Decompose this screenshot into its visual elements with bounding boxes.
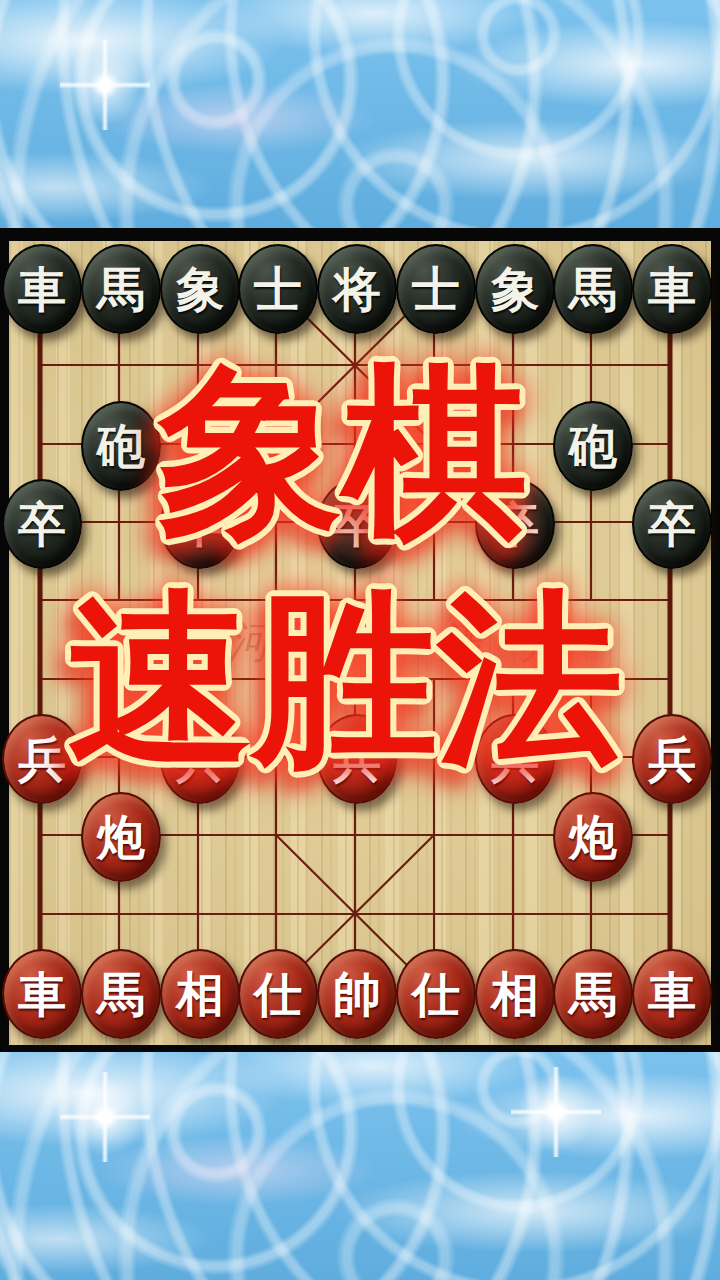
piece-red-general[interactable]: 帥	[317, 949, 397, 1039]
piece-black-elephant[interactable]: 象	[475, 244, 555, 334]
piece-black-rook[interactable]: 車	[2, 244, 82, 334]
piece-black-general[interactable]: 将	[317, 244, 397, 334]
piece-black-soldier[interactable]: 卒	[160, 479, 240, 569]
piece-red-cannon[interactable]: 炮	[553, 792, 633, 882]
piece-black-cannon[interactable]: 砲	[553, 401, 633, 491]
piece-red-horse[interactable]: 馬	[553, 949, 633, 1039]
water-background-top	[0, 0, 720, 228]
piece-black-horse[interactable]: 馬	[553, 244, 633, 334]
piece-black-soldier[interactable]: 卒	[317, 479, 397, 569]
piece-black-advisor[interactable]: 士	[238, 244, 318, 334]
piece-black-horse[interactable]: 馬	[81, 244, 161, 334]
piece-black-elephant[interactable]: 象	[160, 244, 240, 334]
river-label-left: 楚 河	[149, 616, 281, 667]
piece-red-elephant[interactable]: 相	[160, 949, 240, 1039]
piece-red-soldier[interactable]: 兵	[475, 714, 555, 804]
piece-red-soldier[interactable]: 兵	[160, 714, 240, 804]
piece-black-rook[interactable]: 車	[632, 244, 712, 334]
board-grid: 楚 河 漢 界	[9, 241, 711, 1045]
piece-red-soldier[interactable]: 兵	[632, 714, 712, 804]
piece-red-advisor[interactable]: 仕	[238, 949, 318, 1039]
water-sparkle	[511, 1067, 601, 1157]
piece-black-advisor[interactable]: 士	[396, 244, 476, 334]
piece-red-elephant[interactable]: 相	[475, 949, 555, 1039]
piece-red-advisor[interactable]: 仕	[396, 949, 476, 1039]
river-label-right: 漢 界	[439, 616, 571, 667]
piece-red-horse[interactable]: 馬	[81, 949, 161, 1039]
xiangqi-board[interactable]: 楚 河 漢 界 車馬象士将士象馬車砲砲卒卒卒卒卒兵兵兵兵兵炮炮車馬相仕帥仕相馬車	[9, 241, 711, 1045]
piece-red-soldier[interactable]: 兵	[317, 714, 397, 804]
piece-black-soldier[interactable]: 卒	[2, 479, 82, 569]
piece-red-rook[interactable]: 車	[2, 949, 82, 1039]
water-background-bottom	[0, 1052, 720, 1280]
piece-red-soldier[interactable]: 兵	[2, 714, 82, 804]
water-sparkle	[60, 1072, 150, 1162]
piece-red-rook[interactable]: 車	[632, 949, 712, 1039]
piece-black-cannon[interactable]: 砲	[81, 401, 161, 491]
piece-black-soldier[interactable]: 卒	[632, 479, 712, 569]
water-sparkle	[60, 40, 150, 130]
piece-red-cannon[interactable]: 炮	[81, 792, 161, 882]
xiangqi-board-photo: 楚 河 漢 界 車馬象士将士象馬車砲砲卒卒卒卒卒兵兵兵兵兵炮炮車馬相仕帥仕相馬車	[0, 228, 720, 1052]
piece-black-soldier[interactable]: 卒	[475, 479, 555, 569]
